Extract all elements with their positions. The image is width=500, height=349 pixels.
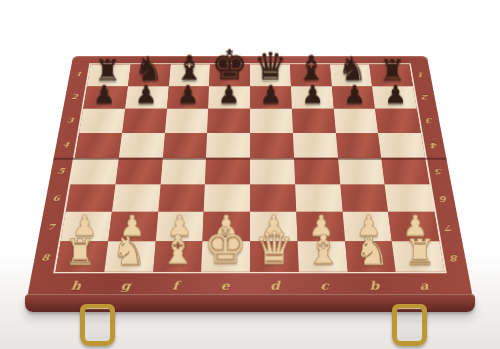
square-h5[interactable] [70, 158, 118, 184]
square-a3[interactable] [375, 109, 421, 133]
square-e4[interactable] [206, 133, 250, 158]
file-label-d: d [270, 279, 280, 292]
square-b3[interactable] [333, 109, 378, 133]
square-b5[interactable] [338, 158, 385, 184]
square-a2[interactable]: ♟ [372, 86, 417, 109]
file-label-c: c [320, 279, 329, 292]
file-label-a: a [419, 279, 430, 292]
square-c5[interactable] [294, 158, 340, 184]
square-d5[interactable] [250, 158, 295, 184]
square-g5[interactable] [115, 158, 162, 184]
square-d3[interactable] [250, 109, 293, 133]
file-label-g: g [120, 279, 131, 292]
chess-board: 12345678 ♜♞♝♚♛♝♞♜♟♟♟♟♟♟♟♟♟♟♟♟♟♟♟♟♜♞♝♚♛♝♞… [27, 56, 473, 298]
playing-area: ♜♞♝♚♛♝♞♜♟♟♟♟♟♟♟♟♟♟♟♟♟♟♟♟♜♞♝♚♛♝♞♜ [53, 63, 447, 273]
square-b4[interactable] [335, 133, 381, 158]
square-a8[interactable]: ♜ [392, 241, 445, 272]
rank-label-right-3: 3 [418, 108, 441, 132]
rank-label-right-5: 5 [427, 158, 451, 185]
file-label-h: h [70, 279, 82, 292]
rank-label-right-6: 6 [431, 184, 456, 212]
square-c3[interactable] [292, 109, 336, 133]
square-e3[interactable] [207, 109, 250, 133]
square-a4[interactable] [378, 133, 425, 158]
square-h4[interactable] [75, 133, 122, 158]
brass-clasp-left [80, 304, 115, 346]
square-a5[interactable] [381, 158, 429, 184]
file-label-b: b [369, 279, 380, 292]
square-f4[interactable] [162, 133, 207, 158]
dark-pawn-a2[interactable]: ♟ [363, 83, 428, 108]
rank-label-right-4: 4 [423, 132, 447, 157]
board-scene: 12345678 ♜♞♝♚♛♝♞♜♟♟♟♟♟♟♟♟♟♟♟♟♟♟♟♟♜♞♝♚♛♝♞… [27, 0, 473, 298]
square-f5[interactable] [160, 158, 206, 184]
file-label-f: f [172, 279, 179, 292]
product-photo-background: 12345678 ♜♞♝♚♛♝♞♜♟♟♟♟♟♟♟♟♟♟♟♟♟♟♟♟♜♞♝♚♛♝♞… [0, 0, 500, 349]
square-f3[interactable] [165, 109, 209, 133]
square-e5[interactable] [205, 158, 250, 184]
square-h3[interactable] [79, 109, 125, 133]
light-rook-a8[interactable]: ♜ [382, 235, 458, 270]
brass-clasp-right [392, 304, 427, 346]
square-g4[interactable] [119, 133, 165, 158]
square-c4[interactable] [293, 133, 338, 158]
square-d4[interactable] [250, 133, 294, 158]
file-label-e: e [221, 279, 230, 292]
square-g3[interactable] [122, 109, 167, 133]
